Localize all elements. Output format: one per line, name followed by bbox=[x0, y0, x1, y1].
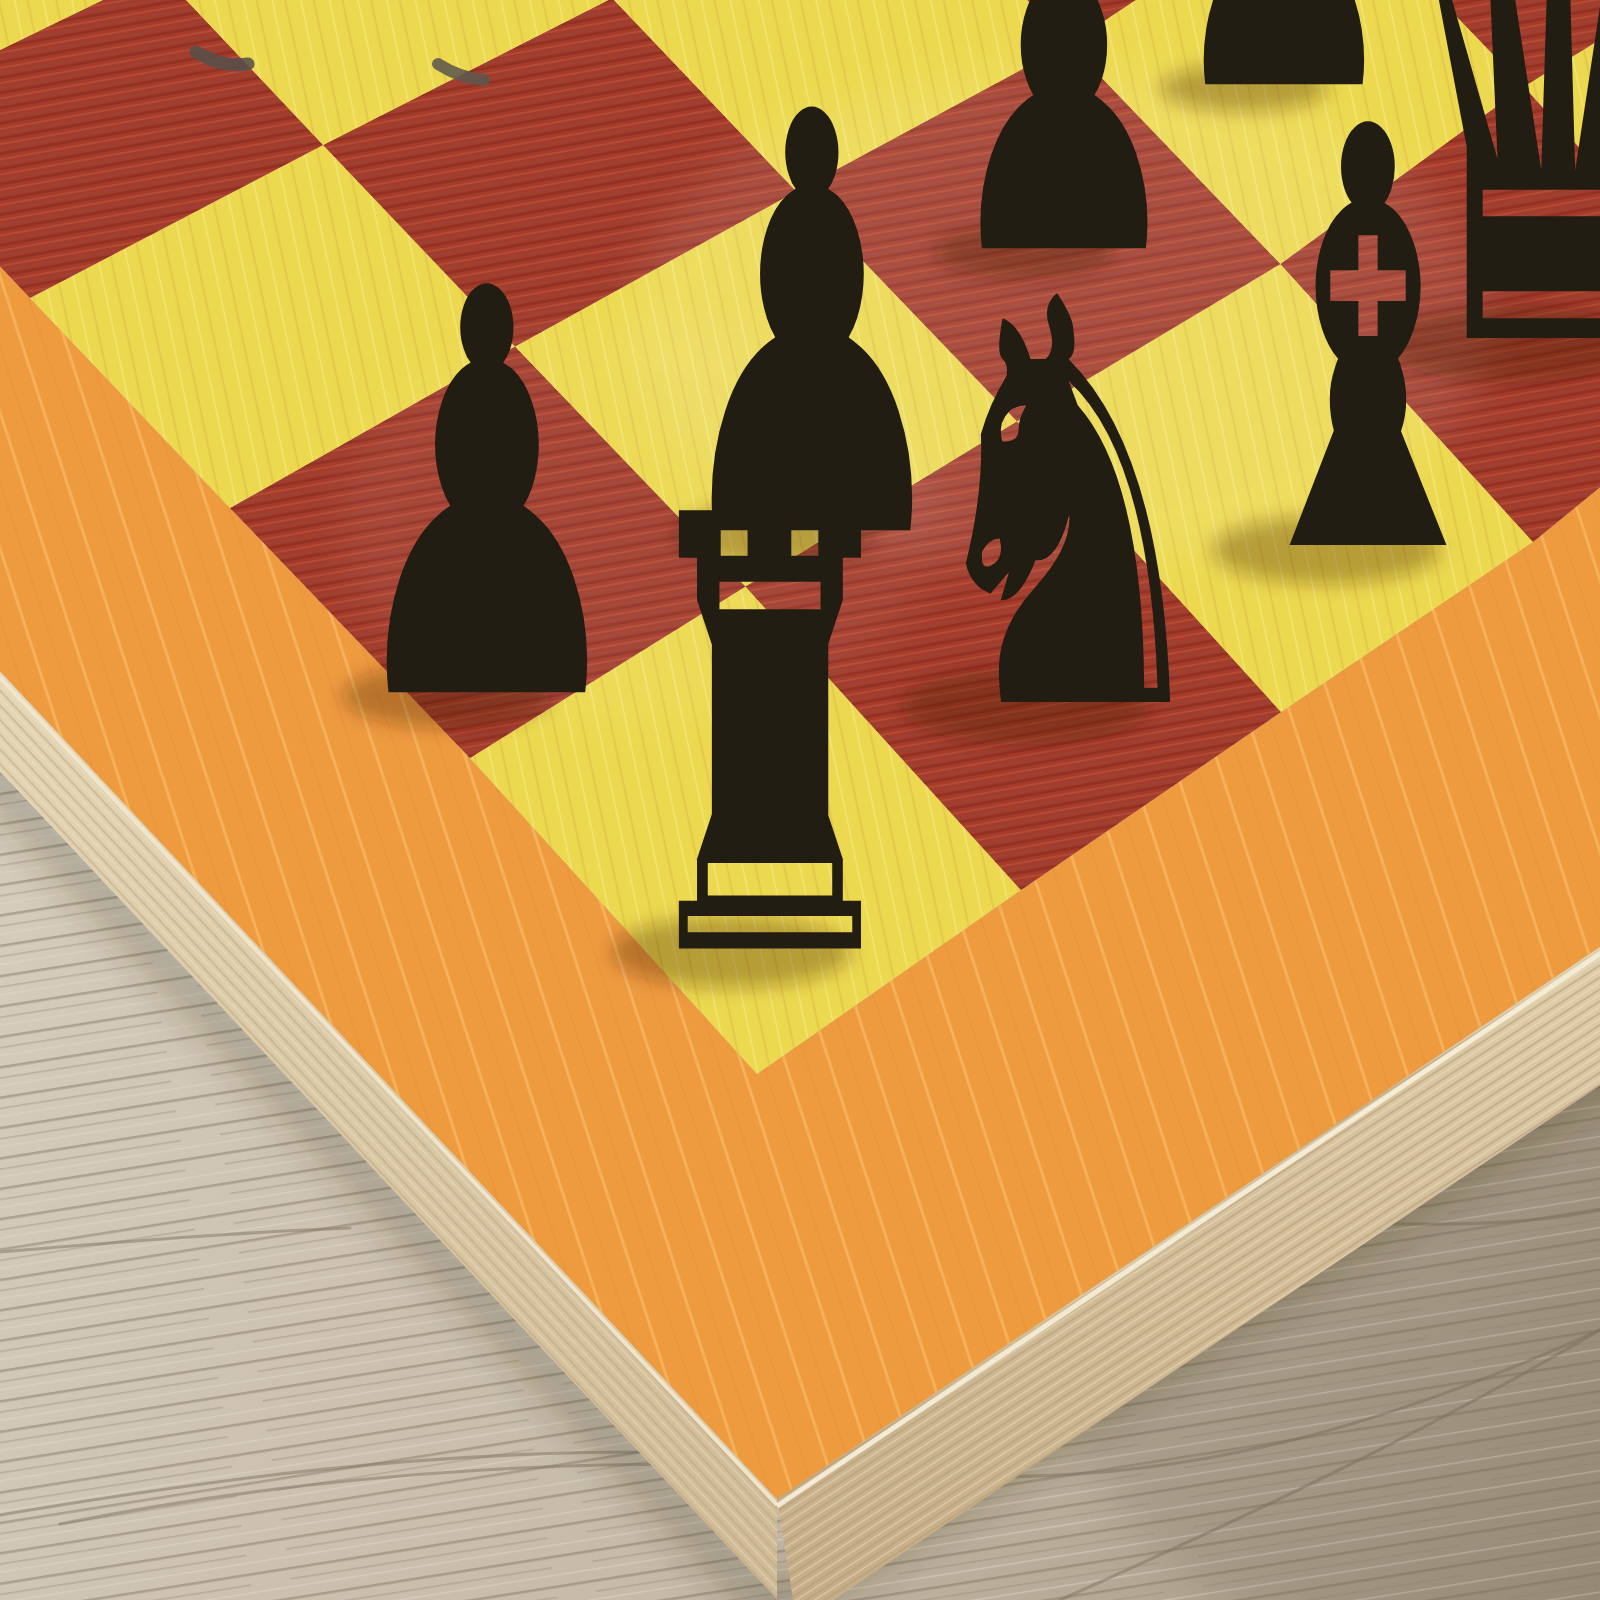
chess-photo-scene: ♛♟♟♝♞♟♟♜ bbox=[0, 0, 1600, 1600]
piece-black-bishop-c8[interactable]: ♝ bbox=[1218, 7, 1518, 682]
piece-black-rook-a8[interactable]: ♜ bbox=[625, 391, 915, 1090]
piece-black-pawn-a7[interactable]: ♟ bbox=[337, 172, 637, 824]
